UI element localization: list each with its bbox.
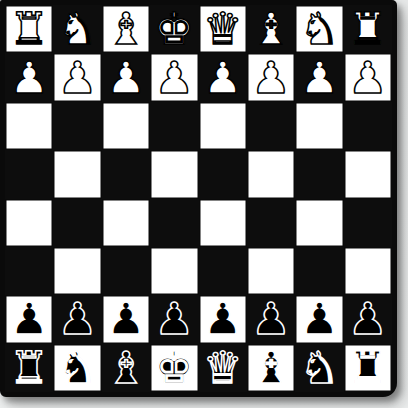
square-b7[interactable]: ♟ bbox=[295, 295, 343, 343]
square-b1[interactable]: ♞ bbox=[295, 5, 343, 53]
piece-black-pawn-e7[interactable]: ♟ bbox=[155, 295, 194, 343]
square-a6[interactable] bbox=[344, 247, 392, 295]
square-h5[interactable] bbox=[5, 199, 53, 247]
square-e7[interactable]: ♟ bbox=[150, 295, 198, 343]
square-b6[interactable] bbox=[295, 247, 343, 295]
square-c3[interactable] bbox=[247, 102, 295, 150]
piece-white-bishop-f1[interactable]: ♝ bbox=[106, 5, 145, 53]
piece-white-pawn-f2[interactable]: ♟ bbox=[106, 54, 145, 102]
piece-white-knight-b1[interactable]: ♞ bbox=[300, 5, 339, 53]
piece-white-bishop-c1[interactable]: ♝ bbox=[251, 5, 290, 53]
piece-white-pawn-e2[interactable]: ♟ bbox=[155, 54, 194, 102]
square-f7[interactable]: ♟ bbox=[102, 295, 150, 343]
square-f4[interactable] bbox=[102, 150, 150, 198]
piece-black-bishop-f8[interactable]: ♝ bbox=[106, 344, 145, 392]
square-b2[interactable]: ♟ bbox=[295, 53, 343, 101]
square-g4[interactable] bbox=[53, 150, 101, 198]
square-f6[interactable] bbox=[102, 247, 150, 295]
square-f3[interactable] bbox=[102, 102, 150, 150]
square-c5[interactable] bbox=[247, 199, 295, 247]
piece-black-pawn-a7[interactable]: ♟ bbox=[348, 295, 387, 343]
square-e2[interactable]: ♟ bbox=[150, 53, 198, 101]
piece-black-bishop-c8[interactable]: ♝ bbox=[251, 344, 290, 392]
piece-black-knight-b8[interactable]: ♞ bbox=[300, 344, 339, 392]
square-g2[interactable]: ♟ bbox=[53, 53, 101, 101]
piece-white-knight-g1[interactable]: ♞ bbox=[58, 5, 97, 53]
piece-black-rook-a8[interactable]: ♜ bbox=[348, 344, 387, 392]
square-f1[interactable]: ♝ bbox=[102, 5, 150, 53]
square-h7[interactable]: ♟ bbox=[5, 295, 53, 343]
square-a2[interactable]: ♟ bbox=[344, 53, 392, 101]
piece-black-queen-d8[interactable]: ♛ bbox=[203, 344, 242, 392]
square-d3[interactable] bbox=[199, 102, 247, 150]
square-d8[interactable]: ♛ bbox=[199, 344, 247, 392]
piece-black-pawn-b7[interactable]: ♟ bbox=[300, 295, 339, 343]
square-a1[interactable]: ♜ bbox=[344, 5, 392, 53]
square-c7[interactable]: ♟ bbox=[247, 295, 295, 343]
square-c4[interactable] bbox=[247, 150, 295, 198]
square-g7[interactable]: ♟ bbox=[53, 295, 101, 343]
piece-white-pawn-d2[interactable]: ♟ bbox=[203, 54, 242, 102]
piece-black-pawn-d7[interactable]: ♟ bbox=[203, 295, 242, 343]
square-c2[interactable]: ♟ bbox=[247, 53, 295, 101]
piece-white-rook-h1[interactable]: ♜ bbox=[9, 5, 48, 53]
square-b3[interactable] bbox=[295, 102, 343, 150]
chess-board: ♜♞♝♚♛♝♞♜♟♟♟♟♟♟♟♟♟♟♟♟♟♟♟♟♜♞♝♚♛♝♞♜ bbox=[0, 0, 397, 397]
square-f5[interactable] bbox=[102, 199, 150, 247]
square-d7[interactable]: ♟ bbox=[199, 295, 247, 343]
square-a5[interactable] bbox=[344, 199, 392, 247]
square-e1[interactable]: ♚ bbox=[150, 5, 198, 53]
square-g5[interactable] bbox=[53, 199, 101, 247]
piece-white-king-e1[interactable]: ♚ bbox=[155, 5, 194, 53]
square-c8[interactable]: ♝ bbox=[247, 344, 295, 392]
square-b4[interactable] bbox=[295, 150, 343, 198]
square-e8[interactable]: ♚ bbox=[150, 344, 198, 392]
square-f2[interactable]: ♟ bbox=[102, 53, 150, 101]
piece-white-pawn-g2[interactable]: ♟ bbox=[58, 54, 97, 102]
square-e5[interactable] bbox=[150, 199, 198, 247]
square-g8[interactable]: ♞ bbox=[53, 344, 101, 392]
square-g1[interactable]: ♞ bbox=[53, 5, 101, 53]
piece-black-rook-h8[interactable]: ♜ bbox=[9, 344, 48, 392]
square-h1[interactable]: ♜ bbox=[5, 5, 53, 53]
piece-white-pawn-a2[interactable]: ♟ bbox=[348, 54, 387, 102]
square-d5[interactable] bbox=[199, 199, 247, 247]
square-b8[interactable]: ♞ bbox=[295, 344, 343, 392]
square-d1[interactable]: ♛ bbox=[199, 5, 247, 53]
piece-black-king-e8[interactable]: ♚ bbox=[155, 344, 194, 392]
square-d4[interactable] bbox=[199, 150, 247, 198]
square-g6[interactable] bbox=[53, 247, 101, 295]
square-e6[interactable] bbox=[150, 247, 198, 295]
piece-white-queen-d1[interactable]: ♛ bbox=[203, 5, 242, 53]
piece-black-pawn-h7[interactable]: ♟ bbox=[9, 295, 48, 343]
piece-black-pawn-f7[interactable]: ♟ bbox=[106, 295, 145, 343]
square-b5[interactable] bbox=[295, 199, 343, 247]
piece-black-knight-g8[interactable]: ♞ bbox=[58, 344, 97, 392]
piece-white-pawn-c2[interactable]: ♟ bbox=[251, 54, 290, 102]
square-e4[interactable] bbox=[150, 150, 198, 198]
square-c1[interactable]: ♝ bbox=[247, 5, 295, 53]
square-a4[interactable] bbox=[344, 150, 392, 198]
square-h8[interactable]: ♜ bbox=[5, 344, 53, 392]
square-h3[interactable] bbox=[5, 102, 53, 150]
square-e3[interactable] bbox=[150, 102, 198, 150]
square-g3[interactable] bbox=[53, 102, 101, 150]
page-background: ♜♞♝♚♛♝♞♜♟♟♟♟♟♟♟♟♟♟♟♟♟♟♟♟♜♞♝♚♛♝♞♜ bbox=[0, 0, 408, 408]
square-a3[interactable] bbox=[344, 102, 392, 150]
square-d6[interactable] bbox=[199, 247, 247, 295]
square-h2[interactable]: ♟ bbox=[5, 53, 53, 101]
square-h4[interactable] bbox=[5, 150, 53, 198]
square-a8[interactable]: ♜ bbox=[344, 344, 392, 392]
square-a7[interactable]: ♟ bbox=[344, 295, 392, 343]
board-grid: ♜♞♝♚♛♝♞♜♟♟♟♟♟♟♟♟♟♟♟♟♟♟♟♟♜♞♝♚♛♝♞♜ bbox=[5, 5, 392, 392]
piece-white-pawn-h2[interactable]: ♟ bbox=[9, 54, 48, 102]
piece-black-pawn-g7[interactable]: ♟ bbox=[58, 295, 97, 343]
piece-black-pawn-c7[interactable]: ♟ bbox=[251, 295, 290, 343]
square-f8[interactable]: ♝ bbox=[102, 344, 150, 392]
piece-white-rook-a1[interactable]: ♜ bbox=[348, 5, 387, 53]
square-c6[interactable] bbox=[247, 247, 295, 295]
square-h6[interactable] bbox=[5, 247, 53, 295]
square-d2[interactable]: ♟ bbox=[199, 53, 247, 101]
piece-white-pawn-b2[interactable]: ♟ bbox=[300, 54, 339, 102]
